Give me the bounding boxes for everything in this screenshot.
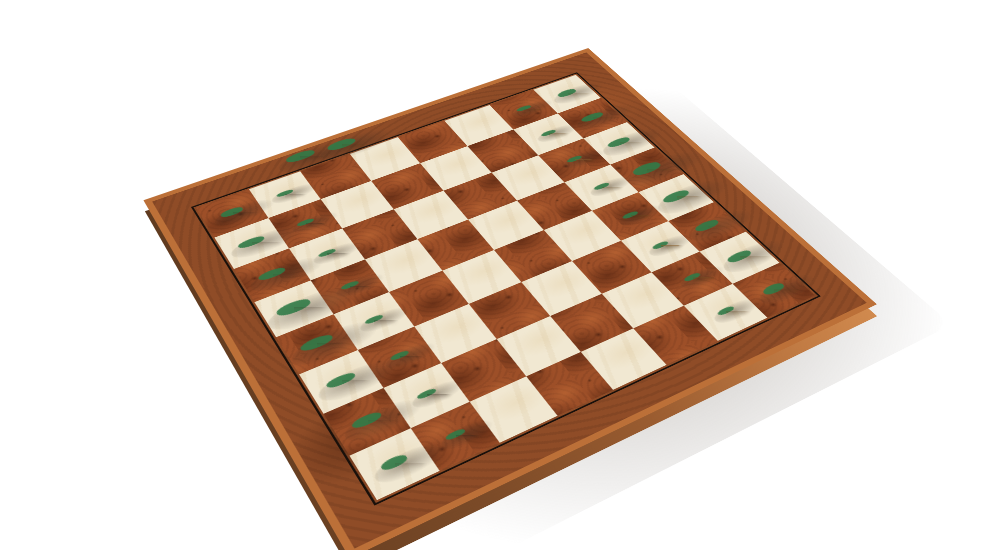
chessboard: ♜♟♛♛♞♟♟♜♝♟♟♞♚♟♟♝♛♟♟♚♝♟♟♛♞♟♟♝♜♟♟♞♟♜: [143, 48, 877, 550]
white-pawn-glyph: ♟: [641, 256, 810, 319]
black-rook-glyph: ♜: [300, 382, 489, 474]
chess-set-photo: ♜♟♛♛♞♟♟♜♝♟♟♞♚♟♟♝♛♟♟♚♝♟♟♛♞♟♟♝♜♟♟♞♟♜: [0, 0, 1000, 550]
